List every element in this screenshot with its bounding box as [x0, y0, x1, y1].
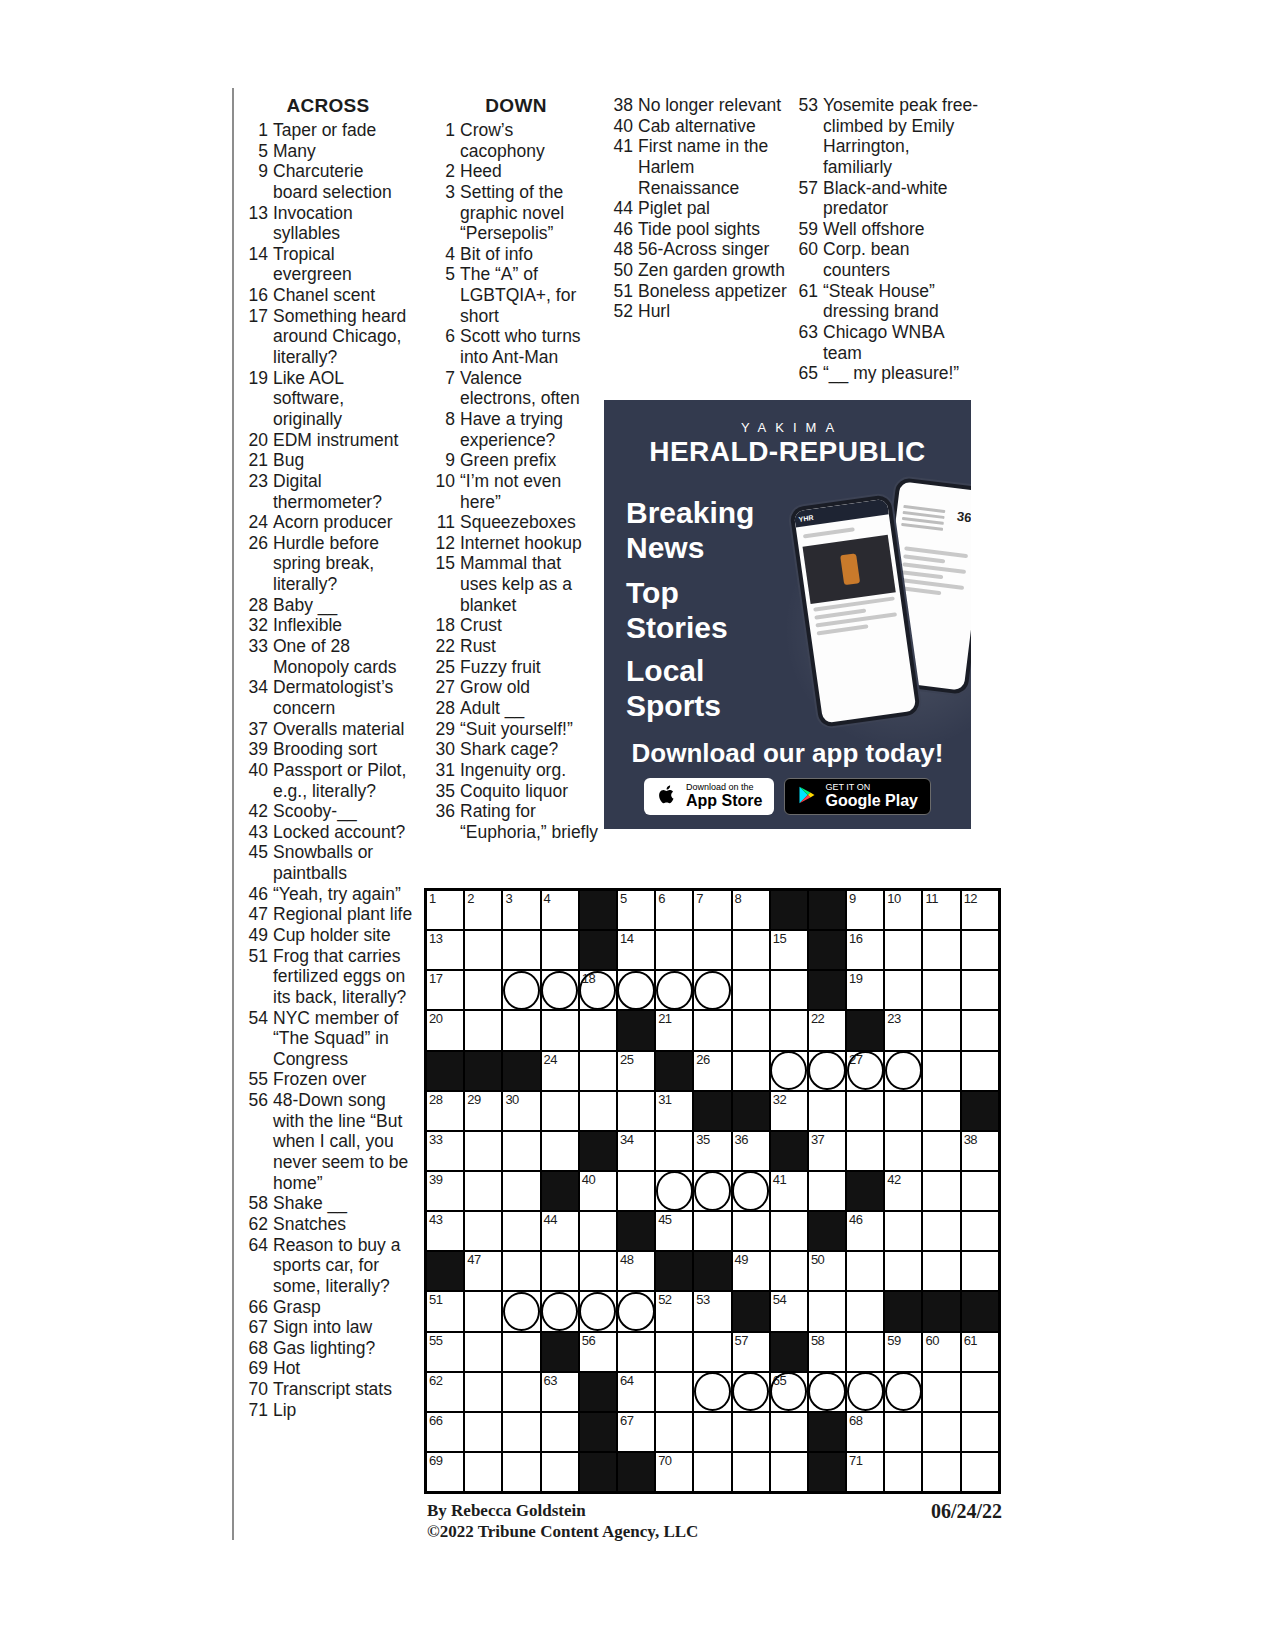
clue-33: 33One of 28 Monopoly cards — [243, 636, 413, 677]
clue-number: 67 — [243, 1317, 268, 1338]
grid-cell[interactable] — [541, 1452, 579, 1492]
cell-number: 34 — [620, 1132, 633, 1147]
grid-cell[interactable] — [884, 1051, 922, 1091]
grid-cell[interactable] — [464, 1332, 502, 1372]
grid-cell[interactable] — [464, 1211, 502, 1251]
grid-cell[interactable]: 7 — [693, 890, 731, 930]
cell-number: 64 — [620, 1373, 633, 1388]
grid-cell[interactable] — [464, 1372, 502, 1412]
grid-cell[interactable] — [464, 1412, 502, 1452]
grid-cell[interactable] — [732, 1452, 770, 1492]
grid-cell[interactable] — [922, 1452, 960, 1492]
grid-cell[interactable] — [732, 1010, 770, 1050]
grid-cell[interactable] — [770, 970, 808, 1010]
grid-cell[interactable] — [922, 1171, 960, 1211]
clue-10: 10“I’m not even here” — [430, 471, 602, 512]
grid-cell[interactable] — [693, 930, 731, 970]
grid-cell[interactable] — [846, 1372, 884, 1412]
grid-cell[interactable] — [579, 1051, 617, 1091]
grid-cell[interactable] — [502, 970, 540, 1010]
clue-number: 57 — [793, 178, 818, 219]
grid-cell[interactable]: 14 — [617, 930, 655, 970]
grid-cell[interactable]: 6 — [655, 890, 693, 930]
clue-number: 9 — [430, 450, 455, 471]
clue-57: 57Black-and-white predator — [793, 178, 978, 219]
grid-cell[interactable]: 25 — [617, 1051, 655, 1091]
clue-text: Cab alternative — [638, 116, 790, 137]
grid-cell[interactable] — [922, 1091, 960, 1131]
clue-text: Regional plant life — [273, 904, 413, 925]
grid-cell[interactable] — [846, 1332, 884, 1372]
grid-cell[interactable]: 20 — [426, 1010, 464, 1050]
grid-cell[interactable] — [922, 1412, 960, 1452]
clue-6: 6Scott who turns into Ant-Man — [430, 326, 602, 367]
grid-cell[interactable] — [541, 1251, 579, 1291]
clue-40: 40Passport or Pilot, e.g., literally? — [243, 760, 413, 801]
grid-cell[interactable] — [961, 1251, 999, 1291]
cell-number: 33 — [429, 1132, 442, 1147]
clue-text: Locked account? — [273, 822, 413, 843]
grid-cell[interactable] — [961, 1452, 999, 1492]
grid-cell[interactable] — [693, 1372, 731, 1412]
clue-number: 7 — [430, 368, 455, 409]
clue-text: 48-Down song with the line “But when I c… — [273, 1090, 413, 1193]
clue-number: 44 — [608, 198, 633, 219]
grid-cell-black — [922, 1291, 960, 1331]
clue-text: Well offshore — [823, 219, 978, 240]
grid-cell[interactable] — [693, 1332, 731, 1372]
clue-number: 33 — [243, 636, 268, 677]
clue-text: Charcuterie board selection — [273, 161, 413, 202]
grid-cell[interactable] — [732, 970, 770, 1010]
clue-number: 26 — [243, 533, 268, 595]
crossword-grid: 1234567891011121314151617181920212223242… — [424, 888, 1001, 1494]
grid-cell[interactable]: 34 — [617, 1131, 655, 1171]
clue-number: 69 — [243, 1358, 268, 1379]
clue-number: 10 — [430, 471, 455, 512]
grid-cell[interactable] — [655, 970, 693, 1010]
grid-cell[interactable] — [655, 1372, 693, 1412]
grid-cell[interactable]: 26 — [693, 1051, 731, 1091]
grid-cell[interactable]: 39 — [426, 1171, 464, 1211]
cell-number: 11 — [925, 891, 938, 906]
grid-cell[interactable]: 8 — [732, 890, 770, 930]
clue-text: Sign into law — [273, 1317, 413, 1338]
grid-cell[interactable] — [961, 1171, 999, 1211]
grid-cell[interactable]: 66 — [426, 1412, 464, 1452]
grid-cell[interactable]: 37 — [808, 1131, 846, 1171]
grid-cell[interactable] — [541, 1131, 579, 1171]
grid-cell[interactable]: 62 — [426, 1372, 464, 1412]
grid-cell[interactable]: 27 — [846, 1051, 884, 1091]
grid-cell[interactable]: 3 — [502, 890, 540, 930]
clue-number: 8 — [430, 409, 455, 450]
clue-number: 20 — [243, 430, 268, 451]
grid-cell[interactable] — [579, 1091, 617, 1131]
grid-cell[interactable] — [884, 930, 922, 970]
app-store-label: App Store — [686, 793, 762, 810]
grid-cell[interactable] — [846, 1291, 884, 1331]
grid-cell[interactable] — [884, 1452, 922, 1492]
grid-cell[interactable] — [732, 1211, 770, 1251]
clue-70: 70Transcript stats — [243, 1379, 413, 1400]
grid-cell[interactable] — [502, 930, 540, 970]
down-clues-column-2: 38No longer relevant40Cab alternative41F… — [608, 95, 790, 322]
grid-cell[interactable]: 17 — [426, 970, 464, 1010]
grid-cell[interactable] — [693, 1171, 731, 1211]
grid-cell[interactable]: 40 — [579, 1171, 617, 1211]
grid-cell-black — [808, 970, 846, 1010]
grid-cell[interactable] — [502, 1251, 540, 1291]
grid-cell[interactable] — [808, 1051, 846, 1091]
grid-cell[interactable] — [732, 1171, 770, 1211]
cell-number: 26 — [696, 1052, 709, 1067]
grid-cell[interactable]: 30 — [502, 1091, 540, 1131]
grid-cell[interactable]: 54 — [770, 1291, 808, 1331]
clue-number: 21 — [243, 450, 268, 471]
grid-cell[interactable]: 44 — [541, 1211, 579, 1251]
grid-cell[interactable] — [541, 930, 579, 970]
grid-cell[interactable]: 61 — [961, 1332, 999, 1372]
grid-cell[interactable] — [961, 930, 999, 970]
grid-cell[interactable] — [961, 970, 999, 1010]
grid-cell[interactable]: 59 — [884, 1332, 922, 1372]
grid-cell[interactable] — [922, 930, 960, 970]
clue-31: 31Ingenuity org. — [430, 760, 602, 781]
grid-cell[interactable] — [770, 1452, 808, 1492]
clue-text: 56-Across singer — [638, 239, 790, 260]
grid-cell[interactable] — [922, 970, 960, 1010]
app-store-badge[interactable]: Download on the App Store — [644, 778, 774, 815]
grid-cell[interactable] — [502, 1372, 540, 1412]
grid-cell[interactable]: 55 — [426, 1332, 464, 1372]
cell-number: 58 — [811, 1333, 824, 1348]
grid-cell[interactable] — [732, 1372, 770, 1412]
clue-text: Tide pool sights — [638, 219, 790, 240]
grid-cell[interactable]: 33 — [426, 1131, 464, 1171]
grid-cell[interactable]: 28 — [426, 1091, 464, 1131]
grid-cell[interactable]: 1 — [426, 890, 464, 930]
grid-cell[interactable]: 68 — [846, 1412, 884, 1452]
grid-cell-black — [541, 1332, 579, 1372]
grid-cell[interactable] — [884, 1131, 922, 1171]
clue-number: 27 — [430, 677, 455, 698]
grid-cell[interactable] — [464, 1452, 502, 1492]
grid-cell[interactable] — [884, 1251, 922, 1291]
clue-71: 71Lip — [243, 1400, 413, 1421]
cell-number: 5 — [620, 891, 627, 906]
cell-number: 67 — [620, 1413, 633, 1428]
across-header: ACROSS — [243, 95, 413, 117]
grid-cell[interactable] — [961, 1010, 999, 1050]
grid-cell[interactable]: 12 — [961, 890, 999, 930]
grid-cell[interactable] — [579, 1211, 617, 1251]
grid-cell[interactable] — [655, 1171, 693, 1211]
grid-cell[interactable]: 67 — [617, 1412, 655, 1452]
grid-cell[interactable]: 35 — [693, 1131, 731, 1171]
grid-cell[interactable] — [770, 1251, 808, 1291]
phone-news-photo — [803, 535, 896, 604]
grid-cell[interactable] — [617, 1332, 655, 1372]
grid-cell[interactable]: 49 — [732, 1251, 770, 1291]
grid-cell[interactable] — [655, 930, 693, 970]
grid-cell[interactable] — [655, 1412, 693, 1452]
grid-cell[interactable] — [541, 970, 579, 1010]
grid-cell-black — [541, 1171, 579, 1211]
clue-number: 36 — [430, 801, 455, 842]
clue-text: Dermatologist’s concern — [273, 677, 413, 718]
grid-cell[interactable] — [464, 1010, 502, 1050]
grid-cell[interactable] — [770, 1010, 808, 1050]
grid-cell[interactable]: 22 — [808, 1010, 846, 1050]
grid-cell[interactable] — [808, 1291, 846, 1331]
grid-cell-black — [808, 1412, 846, 1452]
grid-cell[interactable]: 42 — [884, 1171, 922, 1211]
grid-cell[interactable] — [884, 970, 922, 1010]
grid-cell[interactable]: 58 — [808, 1332, 846, 1372]
clue-number: 31 — [430, 760, 455, 781]
clue-number: 40 — [243, 760, 268, 801]
clue-56: 5648-Down song with the line “But when I… — [243, 1090, 413, 1193]
cell-number: 46 — [849, 1212, 862, 1227]
grid-cell[interactable] — [502, 1412, 540, 1452]
grid-cell[interactable]: 71 — [846, 1452, 884, 1492]
grid-cell[interactable] — [464, 1171, 502, 1211]
cell-number: 23 — [887, 1011, 900, 1026]
grid-cell[interactable] — [922, 1211, 960, 1251]
clue-number: 32 — [243, 615, 268, 636]
clue-number: 11 — [430, 512, 455, 533]
grid-cell[interactable] — [464, 930, 502, 970]
clue-22: 22Rust — [430, 636, 602, 657]
grid-cell[interactable] — [922, 1010, 960, 1050]
grid-cell[interactable]: 5 — [617, 890, 655, 930]
grid-cell[interactable]: 11 — [922, 890, 960, 930]
grid-cell[interactable] — [922, 1051, 960, 1091]
grid-cell[interactable] — [502, 1131, 540, 1171]
grid-cell[interactable] — [541, 1291, 579, 1331]
ad-text-local-sports: Local Sports — [626, 653, 746, 724]
column-rule — [232, 88, 234, 1540]
clue-29: 29“Suit yourself!” — [430, 719, 602, 740]
grid-cell[interactable] — [732, 1412, 770, 1452]
grid-cell[interactable]: 65 — [770, 1372, 808, 1412]
clue-text: Hurdle before spring break, literally? — [273, 533, 413, 595]
grid-cell[interactable]: 32 — [770, 1091, 808, 1131]
grid-cell[interactable]: 18 — [579, 970, 617, 1010]
grid-cell[interactable] — [846, 1131, 884, 1171]
clue-48: 4856-Across singer — [608, 239, 790, 260]
grid-cell[interactable] — [541, 1010, 579, 1050]
cell-number: 54 — [773, 1292, 786, 1307]
clue-number: 66 — [243, 1297, 268, 1318]
clue-number: 1 — [243, 120, 268, 141]
grid-cell[interactable] — [846, 1251, 884, 1291]
grid-cell[interactable] — [617, 1091, 655, 1131]
clue-58: 58Shake __ — [243, 1193, 413, 1214]
grid-cell[interactable]: 63 — [541, 1372, 579, 1412]
grid-cell[interactable] — [770, 1051, 808, 1091]
grid-cell[interactable]: 38 — [961, 1131, 999, 1171]
grid-cell-black — [426, 1251, 464, 1291]
grid-cell[interactable]: 64 — [617, 1372, 655, 1412]
clue-number: 28 — [243, 595, 268, 616]
grid-cell[interactable] — [693, 1010, 731, 1050]
grid-cell[interactable] — [541, 1412, 579, 1452]
cell-number: 44 — [544, 1212, 557, 1227]
grid-cell[interactable]: 15 — [770, 930, 808, 970]
clue-text: Baby __ — [273, 595, 413, 616]
clue-text: Tropical evergreen — [273, 244, 413, 285]
grid-cell[interactable] — [693, 1452, 731, 1492]
clue-text: Valence electrons, often — [460, 368, 602, 409]
grid-cell[interactable] — [502, 1171, 540, 1211]
grid-cell[interactable]: 21 — [655, 1010, 693, 1050]
grid-cell[interactable] — [464, 1291, 502, 1331]
clue-18: 18Crust — [430, 615, 602, 636]
grid-cell[interactable]: 47 — [464, 1251, 502, 1291]
grid-cell[interactable] — [502, 1452, 540, 1492]
grid-cell[interactable] — [579, 1010, 617, 1050]
grid-cell[interactable]: 70 — [655, 1452, 693, 1492]
grid-cell[interactable] — [579, 1291, 617, 1331]
clue-number: 28 — [430, 698, 455, 719]
clue-47: 47Regional plant life — [243, 904, 413, 925]
grid-cell[interactable] — [808, 1171, 846, 1211]
clue-text: Crow’s cacophony — [460, 120, 602, 161]
grid-cell[interactable] — [732, 930, 770, 970]
grid-cell[interactable]: 46 — [846, 1211, 884, 1251]
grid-cell[interactable] — [693, 970, 731, 1010]
grid-cell[interactable]: 52 — [655, 1291, 693, 1331]
grid-cell[interactable]: 9 — [846, 890, 884, 930]
grid-cell[interactable] — [693, 1211, 731, 1251]
grid-cell[interactable]: 31 — [655, 1091, 693, 1131]
grid-cell[interactable] — [922, 1251, 960, 1291]
grid-cell[interactable]: 4 — [541, 890, 579, 930]
cell-number: 14 — [620, 931, 633, 946]
grid-cell[interactable]: 45 — [655, 1211, 693, 1251]
grid-cell[interactable] — [961, 1051, 999, 1091]
grid-cell-black — [502, 1051, 540, 1091]
clue-number: 12 — [430, 533, 455, 554]
clue-text: Scott who turns into Ant-Man — [460, 326, 602, 367]
grid-cell[interactable]: 60 — [922, 1332, 960, 1372]
grid-cell[interactable] — [655, 1332, 693, 1372]
grid-cell-black — [693, 1091, 731, 1131]
grid-cell[interactable]: 53 — [693, 1291, 731, 1331]
grid-cell[interactable] — [922, 1372, 960, 1412]
grid-cell[interactable] — [502, 1291, 540, 1331]
grid-cell[interactable]: 24 — [541, 1051, 579, 1091]
cell-number: 51 — [429, 1292, 442, 1307]
grid-cell[interactable] — [464, 970, 502, 1010]
grid-cell[interactable] — [502, 1010, 540, 1050]
grid-cell[interactable] — [884, 1412, 922, 1452]
grid-cell[interactable] — [846, 1091, 884, 1131]
grid-cell[interactable]: 36 — [732, 1131, 770, 1171]
grid-cell[interactable]: 23 — [884, 1010, 922, 1050]
clue-text: Rust — [460, 636, 602, 657]
grid-cell[interactable] — [541, 1091, 579, 1131]
grid-cell[interactable] — [808, 1091, 846, 1131]
grid-cell-black — [579, 930, 617, 970]
grid-cell[interactable]: 51 — [426, 1291, 464, 1331]
clue-number: 4 — [430, 244, 455, 265]
grid-cell-black — [808, 1211, 846, 1251]
cell-number: 9 — [849, 891, 856, 906]
down-clue-list-3: 53Yosemite peak free-climbed by Emily Ha… — [793, 95, 978, 384]
clue-text: Digital thermometer? — [273, 471, 413, 512]
grid-cell[interactable] — [579, 1251, 617, 1291]
grid-cell[interactable] — [961, 1211, 999, 1251]
clue-45: 45Snowballs or paintballs — [243, 842, 413, 883]
grid-cell[interactable]: 48 — [617, 1251, 655, 1291]
grid-cell[interactable] — [884, 1372, 922, 1412]
grid-cell[interactable]: 43 — [426, 1211, 464, 1251]
clue-text: “Yeah, try again” — [273, 884, 413, 905]
grid-cell[interactable]: 10 — [884, 890, 922, 930]
grid-cell[interactable] — [770, 1412, 808, 1452]
grid-cell[interactable]: 2 — [464, 890, 502, 930]
clue-number: 63 — [793, 322, 818, 363]
grid-cell[interactable]: 29 — [464, 1091, 502, 1131]
grid-cell[interactable] — [961, 1372, 999, 1412]
clue-text: Taper or fade — [273, 120, 413, 141]
grid-cell[interactable] — [770, 1211, 808, 1251]
grid-cell[interactable] — [617, 970, 655, 1010]
grid-cell[interactable] — [922, 1131, 960, 1171]
grid-cell[interactable]: 41 — [770, 1171, 808, 1211]
grid-cell[interactable] — [502, 1211, 540, 1251]
grid-cell[interactable]: 50 — [808, 1251, 846, 1291]
clue-number: 24 — [243, 512, 268, 533]
grid-cell[interactable]: 19 — [846, 970, 884, 1010]
grid-cell-black — [579, 1372, 617, 1412]
cell-number: 45 — [658, 1212, 671, 1227]
grid-cell[interactable] — [884, 1091, 922, 1131]
google-play-badge[interactable]: GET IT ON Google Play — [784, 778, 930, 815]
grid-cell[interactable] — [655, 1131, 693, 1171]
clue-number: 45 — [243, 842, 268, 883]
grid-cell[interactable]: 13 — [426, 930, 464, 970]
cell-number: 37 — [811, 1132, 824, 1147]
clue-text: Lip — [273, 1400, 413, 1421]
grid-cell[interactable] — [502, 1332, 540, 1372]
grid-cell[interactable]: 56 — [579, 1332, 617, 1372]
grid-cell-black — [617, 1211, 655, 1251]
grid-cell[interactable] — [693, 1412, 731, 1452]
grid-cell[interactable]: 57 — [732, 1332, 770, 1372]
grid-cell[interactable] — [884, 1211, 922, 1251]
clue-text: Shake __ — [273, 1193, 413, 1214]
grid-cell-black — [579, 1452, 617, 1492]
grid-cell[interactable] — [617, 1291, 655, 1331]
cell-number: 66 — [429, 1413, 442, 1428]
grid-cell[interactable] — [464, 1131, 502, 1171]
grid-cell[interactable] — [961, 1412, 999, 1452]
cell-number: 32 — [773, 1092, 786, 1107]
clue-42: 42Scooby-__ — [243, 801, 413, 822]
cell-number: 27 — [849, 1052, 862, 1067]
grid-cell[interactable]: 16 — [846, 930, 884, 970]
ad-cta: Download our app today! — [604, 738, 971, 769]
grid-cell[interactable] — [808, 1372, 846, 1412]
clue-number: 38 — [608, 95, 633, 116]
grid-cell[interactable]: 69 — [426, 1452, 464, 1492]
grid-cell[interactable] — [617, 1171, 655, 1211]
grid-cell[interactable] — [732, 1051, 770, 1091]
